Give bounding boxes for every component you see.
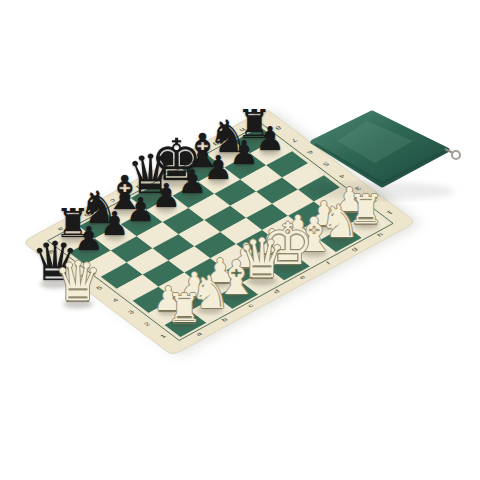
piece-white-rook-a1[interactable]: ♜ xyxy=(166,288,202,328)
rank-label-1-left: 1 xyxy=(159,333,168,339)
accessory-bag xyxy=(295,95,480,210)
piece-black-pawn-d7[interactable]: ♟ xyxy=(152,179,182,212)
rank-label-1-right: 1 xyxy=(385,209,394,215)
rank-label-2-left: 2 xyxy=(143,321,152,327)
piece-white-queen-extra[interactable]: ♛ xyxy=(54,255,102,309)
file-label-a-near: a xyxy=(195,331,204,337)
piece-black-pawn-b7[interactable]: ♟ xyxy=(100,208,130,241)
rank-label-4-left: 4 xyxy=(111,297,120,303)
file-label-h-near: h xyxy=(376,232,385,238)
rank-label-3-left: 3 xyxy=(127,309,136,315)
piece-black-pawn-g7[interactable]: ♟ xyxy=(229,137,259,170)
piece-black-pawn-c7[interactable]: ♟ xyxy=(126,193,156,226)
piece-black-pawn-f7[interactable]: ♟ xyxy=(203,151,233,184)
zipper-pull-icon xyxy=(452,151,460,159)
piece-black-pawn-h7[interactable]: ♟ xyxy=(255,123,285,156)
piece-black-pawn-e7[interactable]: ♟ xyxy=(178,165,208,198)
chess-set-photo: aa11bb22cc33dd44ee55ff66gg77hh88 ♜♞♝♛♚♝♞… xyxy=(0,0,480,480)
